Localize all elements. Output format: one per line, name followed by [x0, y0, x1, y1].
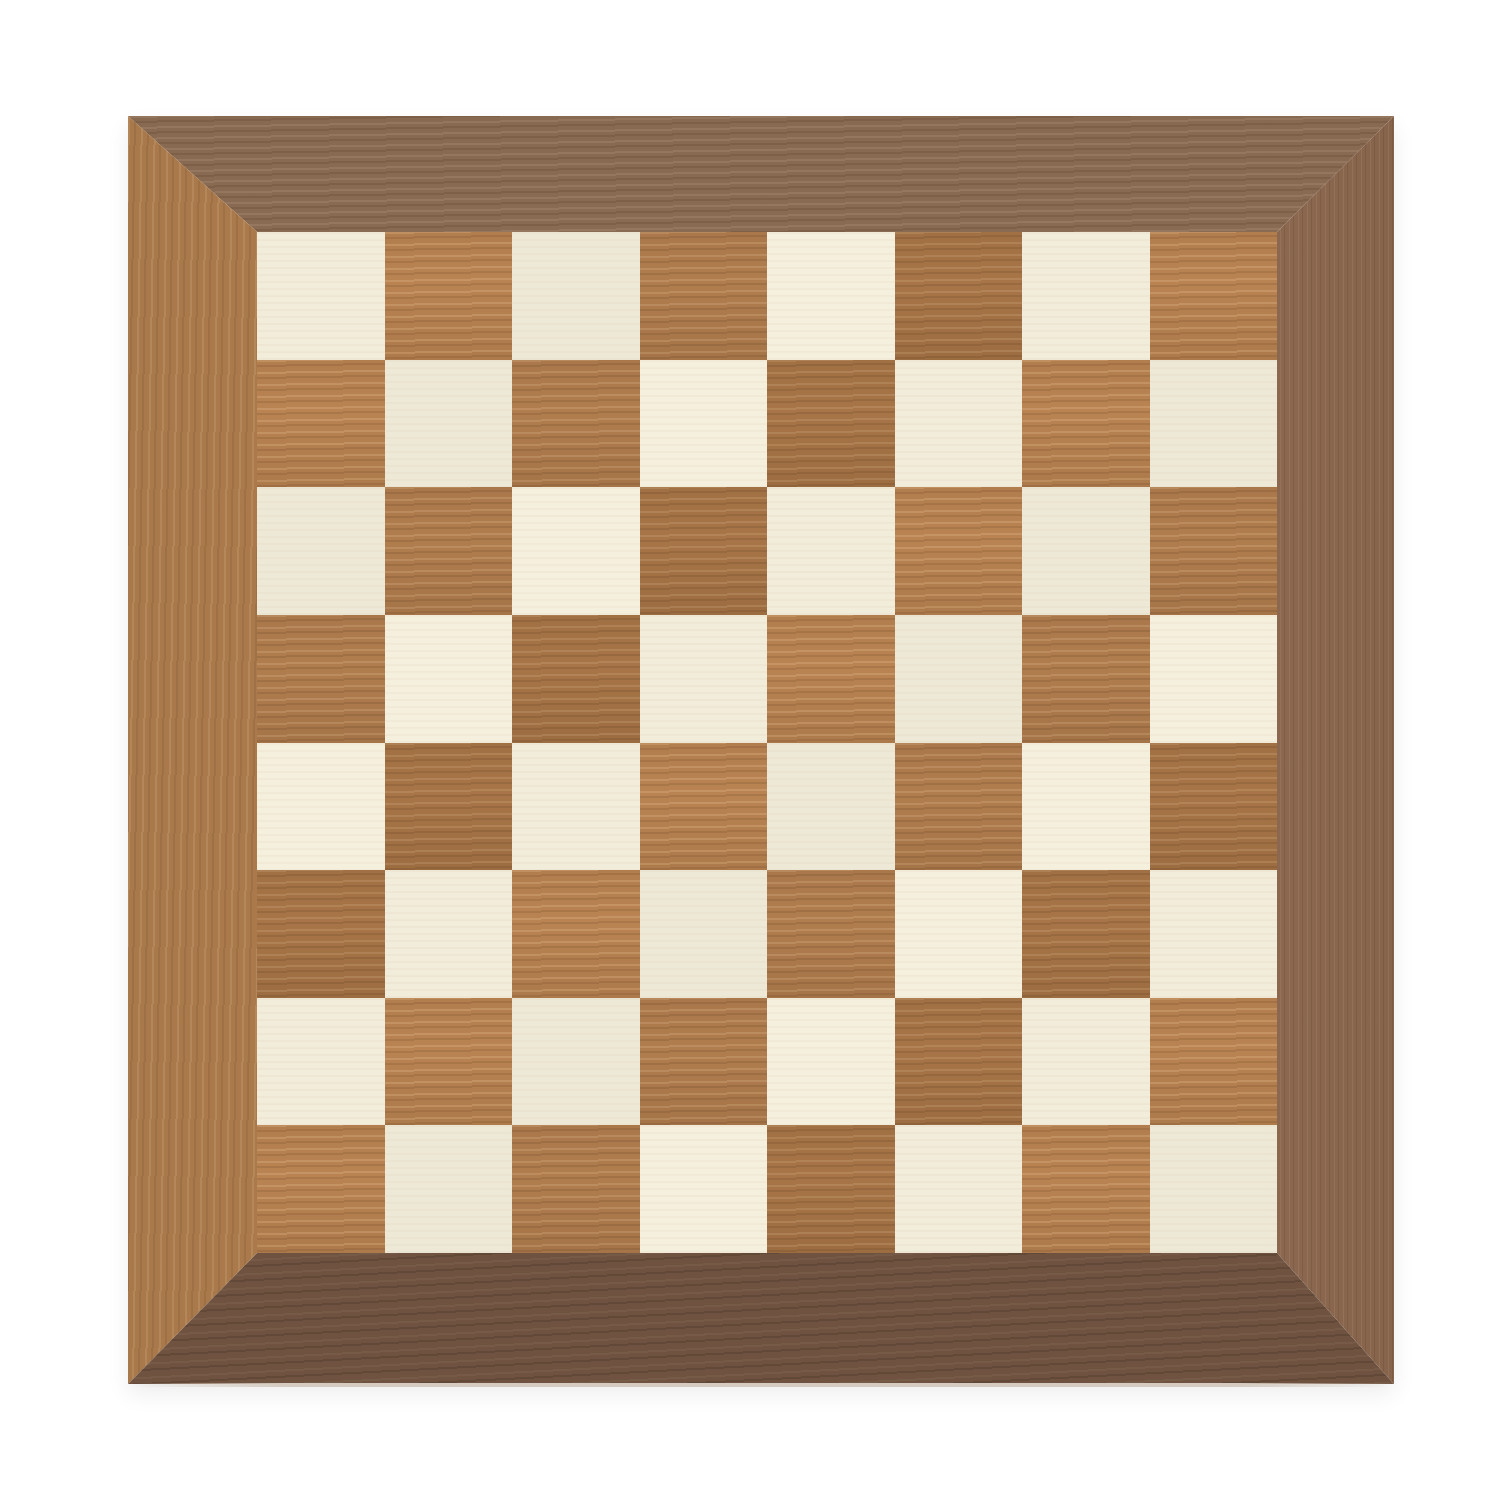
square-g6[interactable]	[1022, 487, 1150, 615]
square-a7[interactable]	[257, 360, 385, 488]
square-g8[interactable]	[1022, 232, 1150, 360]
square-c3[interactable]	[512, 870, 640, 998]
square-e7[interactable]	[767, 360, 895, 488]
square-c7[interactable]	[512, 360, 640, 488]
square-f5[interactable]	[895, 615, 1023, 743]
square-e3[interactable]	[767, 870, 895, 998]
square-h3[interactable]	[1150, 870, 1278, 998]
square-h2[interactable]	[1150, 998, 1278, 1126]
square-a5[interactable]	[257, 615, 385, 743]
square-e6[interactable]	[767, 487, 895, 615]
square-f1[interactable]	[895, 1125, 1023, 1253]
square-h1[interactable]	[1150, 1125, 1278, 1253]
square-g5[interactable]	[1022, 615, 1150, 743]
square-b2[interactable]	[385, 998, 513, 1126]
square-d6[interactable]	[640, 487, 768, 615]
square-d4[interactable]	[640, 743, 768, 871]
square-h6[interactable]	[1150, 487, 1278, 615]
square-g7[interactable]	[1022, 360, 1150, 488]
square-h5[interactable]	[1150, 615, 1278, 743]
square-g4[interactable]	[1022, 743, 1150, 871]
square-d1[interactable]	[640, 1125, 768, 1253]
square-d5[interactable]	[640, 615, 768, 743]
square-e5[interactable]	[767, 615, 895, 743]
square-d8[interactable]	[640, 232, 768, 360]
square-e8[interactable]	[767, 232, 895, 360]
square-d7[interactable]	[640, 360, 768, 488]
square-e1[interactable]	[767, 1125, 895, 1253]
square-a3[interactable]	[257, 870, 385, 998]
square-b1[interactable]	[385, 1125, 513, 1253]
square-c6[interactable]	[512, 487, 640, 615]
square-f8[interactable]	[895, 232, 1023, 360]
square-h4[interactable]	[1150, 743, 1278, 871]
square-c2[interactable]	[512, 998, 640, 1126]
square-b5[interactable]	[385, 615, 513, 743]
square-f4[interactable]	[895, 743, 1023, 871]
square-a8[interactable]	[257, 232, 385, 360]
board-squares-grid	[257, 232, 1277, 1253]
square-a2[interactable]	[257, 998, 385, 1126]
square-b6[interactable]	[385, 487, 513, 615]
square-g1[interactable]	[1022, 1125, 1150, 1253]
square-d3[interactable]	[640, 870, 768, 998]
square-b7[interactable]	[385, 360, 513, 488]
square-a6[interactable]	[257, 487, 385, 615]
square-h7[interactable]	[1150, 360, 1278, 488]
square-h8[interactable]	[1150, 232, 1278, 360]
square-d2[interactable]	[640, 998, 768, 1126]
square-g2[interactable]	[1022, 998, 1150, 1126]
square-c8[interactable]	[512, 232, 640, 360]
square-a4[interactable]	[257, 743, 385, 871]
square-b3[interactable]	[385, 870, 513, 998]
square-b8[interactable]	[385, 232, 513, 360]
square-f2[interactable]	[895, 998, 1023, 1126]
square-c4[interactable]	[512, 743, 640, 871]
square-c5[interactable]	[512, 615, 640, 743]
square-g3[interactable]	[1022, 870, 1150, 998]
square-c1[interactable]	[512, 1125, 640, 1253]
square-f3[interactable]	[895, 870, 1023, 998]
square-f6[interactable]	[895, 487, 1023, 615]
square-e4[interactable]	[767, 743, 895, 871]
square-f7[interactable]	[895, 360, 1023, 488]
square-e2[interactable]	[767, 998, 895, 1126]
photo-canvas: { "game": "chess", "position": "8/8/8/8/…	[0, 0, 1500, 1500]
square-a1[interactable]	[257, 1125, 385, 1253]
chessboard	[128, 116, 1394, 1384]
square-b4[interactable]	[385, 743, 513, 871]
